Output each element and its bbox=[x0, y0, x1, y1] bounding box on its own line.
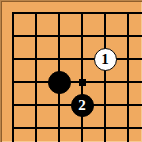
board-intersection bbox=[25, 25, 48, 48]
board-intersection bbox=[117, 25, 142, 48]
board-intersection bbox=[2, 2, 25, 25]
board-intersection bbox=[2, 94, 25, 117]
stone-number: 1 bbox=[101, 52, 109, 67]
white-stone-1: 1 bbox=[94, 48, 117, 71]
stone-number: 2 bbox=[78, 98, 86, 113]
board-intersection bbox=[71, 117, 94, 142]
board-intersection bbox=[2, 117, 25, 142]
board-intersection bbox=[25, 117, 48, 142]
board-intersection bbox=[2, 48, 25, 71]
go-board: 12 bbox=[0, 0, 142, 142]
board-intersection bbox=[48, 94, 71, 117]
hoshi-square-marker bbox=[79, 79, 86, 86]
board-intersection bbox=[117, 94, 142, 117]
board-intersection bbox=[94, 94, 117, 117]
board-intersection bbox=[25, 48, 48, 71]
board-intersection bbox=[71, 48, 94, 71]
board-intersection bbox=[94, 25, 117, 48]
board-intersection bbox=[48, 2, 71, 25]
board-intersection bbox=[117, 2, 142, 25]
board-intersection bbox=[94, 117, 117, 142]
board-intersection bbox=[117, 71, 142, 94]
board-intersection bbox=[71, 2, 94, 25]
board-intersection bbox=[94, 71, 117, 94]
black-stone-2: 2 bbox=[71, 94, 94, 117]
board-intersection bbox=[48, 48, 71, 71]
board-intersection bbox=[117, 48, 142, 71]
board-intersection bbox=[2, 25, 25, 48]
board-intersection bbox=[48, 25, 71, 48]
board-intersection bbox=[25, 2, 48, 25]
board-intersection bbox=[25, 94, 48, 117]
board-grid bbox=[2, 2, 142, 142]
black-stone bbox=[48, 71, 71, 94]
board-intersection bbox=[117, 117, 142, 142]
board-intersection bbox=[2, 71, 25, 94]
board-intersection bbox=[48, 117, 71, 142]
board-intersection bbox=[25, 71, 48, 94]
board-intersection bbox=[71, 25, 94, 48]
board-intersection bbox=[94, 2, 117, 25]
